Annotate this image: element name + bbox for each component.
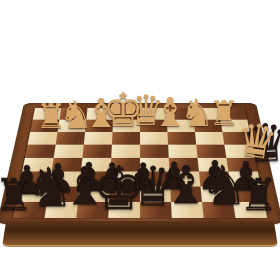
square-d1: [140, 108, 167, 120]
square-e4: [111, 144, 140, 157]
square-g3: [56, 132, 85, 145]
square-b8: [202, 202, 235, 218]
square-d7: [140, 186, 171, 201]
square-c4: [168, 144, 197, 157]
square-c3: [167, 132, 196, 145]
square-f5: [81, 158, 111, 172]
square-b4: [196, 144, 226, 157]
square-h6: [19, 172, 51, 187]
square-e2: [113, 120, 140, 132]
square-b3: [195, 132, 224, 145]
square-b5: [198, 158, 229, 172]
square-c8: [171, 202, 204, 218]
square-b7: [200, 186, 233, 201]
square-g8: [45, 202, 78, 218]
board-front-edge: [2, 221, 278, 247]
square-f8: [76, 202, 109, 218]
board-grid: [13, 108, 268, 218]
square-a8: [233, 202, 267, 218]
square-d6: [140, 172, 170, 187]
square-e8: [108, 202, 140, 218]
square-a3: [222, 132, 252, 145]
square-h4: [25, 144, 56, 157]
chess-board: [0, 103, 280, 224]
chess-set-photo: ♜♞♝♛♚♝♞♜♟♟♟♟♟♟♟♟♜♞♝♛♚♝♞♜♛♛: [0, 0, 280, 280]
square-h8: [13, 202, 47, 218]
square-b6: [199, 172, 231, 187]
square-c5: [169, 158, 199, 172]
square-c2: [167, 120, 195, 132]
square-e6: [110, 172, 140, 187]
square-f7: [78, 186, 110, 201]
square-c1: [166, 108, 193, 120]
square-g1: [59, 108, 87, 120]
square-c7: [170, 186, 202, 201]
square-h1: [33, 108, 62, 120]
square-g4: [54, 144, 84, 157]
square-a4: [224, 144, 255, 157]
square-c6: [169, 172, 200, 187]
square-f1: [86, 108, 113, 120]
square-d4: [140, 144, 169, 157]
square-g7: [47, 186, 80, 201]
square-a2: [221, 120, 250, 132]
square-e5: [111, 158, 140, 172]
square-a1: [219, 108, 248, 120]
square-f6: [80, 172, 111, 187]
square-f4: [82, 144, 111, 157]
square-b2: [194, 120, 223, 132]
square-h5: [22, 158, 54, 172]
square-a7: [231, 186, 264, 201]
square-b1: [193, 108, 221, 120]
square-e7: [109, 186, 140, 201]
square-h7: [16, 186, 49, 201]
square-h2: [30, 120, 59, 132]
square-h3: [28, 132, 58, 145]
square-g5: [52, 158, 83, 172]
square-d3: [140, 132, 168, 145]
square-f3: [84, 132, 113, 145]
square-a5: [226, 158, 258, 172]
square-g2: [58, 120, 87, 132]
square-g6: [49, 172, 81, 187]
square-f2: [85, 120, 113, 132]
square-e1: [113, 108, 140, 120]
square-a6: [228, 172, 260, 187]
square-d8: [140, 202, 172, 218]
square-d2: [140, 120, 167, 132]
square-e3: [112, 132, 140, 145]
square-d5: [140, 158, 169, 172]
